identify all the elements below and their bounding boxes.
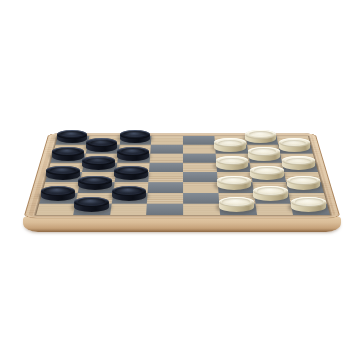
- piece-top: ⛂: [112, 186, 147, 196]
- black-piece-c6: ⛂: [117, 147, 149, 161]
- piece-top: ⛂: [120, 130, 151, 139]
- white-piece-g2: ⛀: [253, 186, 288, 201]
- black-piece-b7: ⛂: [86, 138, 117, 152]
- piece-top: ⛂: [57, 130, 88, 139]
- piece-top: ⛀: [250, 166, 283, 176]
- black-piece-a4: ⛂: [46, 166, 79, 181]
- piece-top: ⛀: [219, 197, 254, 207]
- piece-top: ⛂: [74, 197, 109, 207]
- piece-top: ⛀: [214, 138, 245, 147]
- black-piece-c4: ⛂: [114, 166, 147, 181]
- piece-top: ⛀: [245, 130, 276, 139]
- black-piece-a8: ⛂: [57, 130, 88, 144]
- white-piece-h5: ⛀: [282, 156, 315, 170]
- white-piece-g8: ⛀: [245, 130, 276, 144]
- black-piece-b1: ⛂: [74, 197, 109, 213]
- white-piece-f7: ⛀: [214, 138, 245, 152]
- white-piece-h7: ⛀: [279, 138, 310, 152]
- white-piece-g6: ⛀: [248, 147, 280, 161]
- black-piece-c8: ⛂: [120, 130, 151, 144]
- piece-top: ⛀: [291, 197, 326, 207]
- piece-top: ⛀: [216, 156, 249, 165]
- piece-top: ⛀: [279, 138, 310, 147]
- piece-top: ⛀: [248, 147, 280, 156]
- piece-top: ⛂: [46, 166, 79, 176]
- piece-top: ⛂: [41, 186, 76, 196]
- black-piece-b5: ⛂: [82, 156, 115, 170]
- piece-top: ⛂: [117, 147, 149, 156]
- white-piece-h1: ⛀: [291, 197, 326, 213]
- black-piece-c2: ⛂: [112, 186, 147, 201]
- white-piece-f3: ⛀: [217, 176, 251, 191]
- checkers-photo-scene: Low-angle photo of a wooden checkers set…: [0, 0, 360, 360]
- piece-top: ⛂: [52, 147, 84, 156]
- white-piece-h3: ⛀: [287, 176, 321, 191]
- black-piece-b3: ⛂: [78, 176, 112, 191]
- black-piece-a2: ⛂: [41, 186, 76, 201]
- piece-top: ⛂: [82, 156, 115, 165]
- piece-top: ⛀: [217, 176, 251, 186]
- white-piece-f5: ⛀: [216, 156, 249, 170]
- piece-top: ⛂: [78, 176, 112, 186]
- black-piece-a6: ⛂: [52, 147, 84, 161]
- pieces-layer: ⛂⛂⛀⛂⛀⛀⛂⛂⛀⛂⛀⛀⛂⛂⛀⛂⛀⛀⛂⛂⛀⛂⛀⛀: [0, 0, 360, 360]
- piece-top: ⛀: [253, 186, 288, 196]
- white-piece-f1: ⛀: [219, 197, 254, 213]
- piece-top: ⛂: [86, 138, 117, 147]
- piece-top: ⛀: [287, 176, 321, 186]
- white-piece-g4: ⛀: [250, 166, 283, 181]
- piece-top: ⛂: [114, 166, 147, 176]
- piece-top: ⛀: [282, 156, 315, 165]
